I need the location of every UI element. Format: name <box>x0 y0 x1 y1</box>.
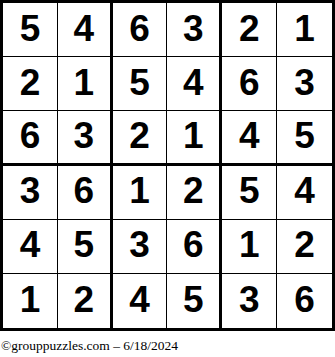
cell-r3c6: 5 <box>277 111 332 165</box>
cell-r5c3: 3 <box>113 220 168 274</box>
cell-r4c4: 2 <box>167 166 222 220</box>
cell-r2c5: 6 <box>222 57 277 111</box>
cell-r3c2: 3 <box>58 111 113 165</box>
cell-r6c4: 5 <box>167 274 222 328</box>
cell-r5c6: 2 <box>277 220 332 274</box>
cell-r6c1: 1 <box>3 274 58 328</box>
cell-r1c5: 2 <box>222 3 277 57</box>
cell-r2c6: 3 <box>277 57 332 111</box>
cell-r4c6: 4 <box>277 166 332 220</box>
cell-r1c2: 4 <box>58 3 113 57</box>
cell-r1c3: 6 <box>113 3 168 57</box>
cell-r6c2: 2 <box>58 274 113 328</box>
cell-r1c1: 5 <box>3 3 58 57</box>
cell-r3c5: 4 <box>222 111 277 165</box>
cell-r3c4: 1 <box>167 111 222 165</box>
cell-r2c1: 2 <box>3 57 58 111</box>
sudoku-board: 546321215463632145361254453612124536 <box>0 0 335 331</box>
cell-r4c3: 1 <box>113 166 168 220</box>
copyright-footer: ©grouppuzzles.com – 6/18/2024 <box>1 338 178 354</box>
cell-r5c1: 4 <box>3 220 58 274</box>
cell-r4c1: 3 <box>3 166 58 220</box>
cell-r1c6: 1 <box>277 3 332 57</box>
cell-r5c2: 5 <box>58 220 113 274</box>
cell-r6c6: 6 <box>277 274 332 328</box>
cell-r6c3: 4 <box>113 274 168 328</box>
cell-r5c4: 6 <box>167 220 222 274</box>
cell-r3c3: 2 <box>113 111 168 165</box>
cell-r5c5: 1 <box>222 220 277 274</box>
cell-r4c2: 6 <box>58 166 113 220</box>
cell-r4c5: 5 <box>222 166 277 220</box>
cell-r2c2: 1 <box>58 57 113 111</box>
cell-r3c1: 6 <box>3 111 58 165</box>
cell-r2c4: 4 <box>167 57 222 111</box>
cell-r2c3: 5 <box>113 57 168 111</box>
cell-r6c5: 3 <box>222 274 277 328</box>
cell-r1c4: 3 <box>167 3 222 57</box>
